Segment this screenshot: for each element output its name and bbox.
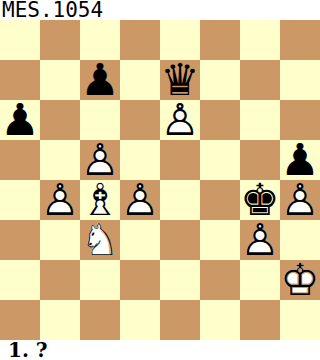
square-d3[interactable]	[120, 220, 160, 260]
square-c1[interactable]	[80, 300, 120, 340]
square-d7[interactable]	[120, 60, 160, 100]
piece-white-knight[interactable]: ♞♘	[80, 220, 120, 260]
square-c7[interactable]: ♟	[80, 60, 120, 100]
white-piece-outline: ♘	[80, 220, 120, 260]
square-c2[interactable]	[80, 260, 120, 300]
white-piece-outline: ♙	[120, 180, 160, 220]
diagram-label: MES.1054	[0, 0, 320, 20]
square-f6[interactable]	[200, 100, 240, 140]
square-b8[interactable]	[40, 20, 80, 60]
square-f8[interactable]	[200, 20, 240, 60]
piece-white-king[interactable]: ♚♔	[280, 260, 320, 300]
square-f1[interactable]	[200, 300, 240, 340]
square-f2[interactable]	[200, 260, 240, 300]
square-b3[interactable]	[40, 220, 80, 260]
square-e4[interactable]	[160, 180, 200, 220]
square-d8[interactable]	[120, 20, 160, 60]
black-piece-glyph: ♟	[0, 100, 40, 140]
square-a8[interactable]	[0, 20, 40, 60]
square-f3[interactable]	[200, 220, 240, 260]
black-piece-glyph: ♟	[80, 60, 120, 100]
square-g2[interactable]	[240, 260, 280, 300]
square-b2[interactable]	[40, 260, 80, 300]
square-h2[interactable]: ♚♔	[280, 260, 320, 300]
white-piece-outline: ♙	[280, 180, 320, 220]
square-e2[interactable]	[160, 260, 200, 300]
square-f7[interactable]	[200, 60, 240, 100]
square-e6[interactable]: ♟♙	[160, 100, 200, 140]
square-g7[interactable]	[240, 60, 280, 100]
square-e3[interactable]	[160, 220, 200, 260]
square-h7[interactable]	[280, 60, 320, 100]
white-piece-outline: ♙	[40, 180, 80, 220]
square-a4[interactable]	[0, 180, 40, 220]
square-b6[interactable]	[40, 100, 80, 140]
square-b4[interactable]: ♟♙	[40, 180, 80, 220]
square-h4[interactable]: ♟♙	[280, 180, 320, 220]
square-g1[interactable]	[240, 300, 280, 340]
square-e1[interactable]	[160, 300, 200, 340]
piece-white-pawn[interactable]: ♟♙	[160, 100, 200, 140]
piece-black-pawn[interactable]: ♟	[0, 100, 40, 140]
square-a2[interactable]	[0, 260, 40, 300]
piece-white-pawn[interactable]: ♟♙	[120, 180, 160, 220]
white-piece-outline: ♙	[160, 100, 200, 140]
square-d6[interactable]	[120, 100, 160, 140]
white-piece-outline: ♙	[240, 220, 280, 260]
square-h1[interactable]	[280, 300, 320, 340]
chess-board: ♟♛♟♟♙♟♙♟♟♙♝♗♟♙♚♟♙♞♘♟♙♚♔	[0, 20, 320, 340]
white-piece-outline: ♔	[280, 260, 320, 300]
square-d4[interactable]: ♟♙	[120, 180, 160, 220]
square-c3[interactable]: ♞♘	[80, 220, 120, 260]
square-g6[interactable]	[240, 100, 280, 140]
square-f5[interactable]	[200, 140, 240, 180]
square-h8[interactable]	[280, 20, 320, 60]
square-d1[interactable]	[120, 300, 160, 340]
piece-white-pawn[interactable]: ♟♙	[40, 180, 80, 220]
square-a3[interactable]	[0, 220, 40, 260]
square-a1[interactable]	[0, 300, 40, 340]
square-a5[interactable]	[0, 140, 40, 180]
square-f4[interactable]	[200, 180, 240, 220]
piece-white-pawn[interactable]: ♟♙	[240, 220, 280, 260]
square-b1[interactable]	[40, 300, 80, 340]
square-g8[interactable]	[240, 20, 280, 60]
chess-puzzle-page: MES.1054 ♟♛♟♟♙♟♙♟♟♙♝♗♟♙♚♟♙♞♘♟♙♚♔ 1. ?	[0, 0, 320, 360]
square-a6[interactable]: ♟	[0, 100, 40, 140]
square-b7[interactable]	[40, 60, 80, 100]
piece-black-pawn[interactable]: ♟	[80, 60, 120, 100]
piece-white-pawn[interactable]: ♟♙	[280, 180, 320, 220]
square-g3[interactable]: ♟♙	[240, 220, 280, 260]
square-d2[interactable]	[120, 260, 160, 300]
square-e5[interactable]	[160, 140, 200, 180]
move-prompt: 1. ?	[0, 340, 320, 360]
